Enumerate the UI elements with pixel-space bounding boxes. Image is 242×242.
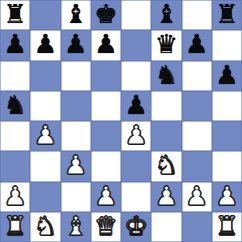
square-g1[interactable] [182,212,212,242]
square-b6[interactable] [30,61,60,91]
white-bishop[interactable]: ♝ [64,213,87,239]
white-pawn[interactable]: ♟ [185,183,208,209]
square-d1[interactable]: ♛ [91,212,121,242]
black-knight[interactable]: ♞ [155,62,178,88]
square-e8[interactable] [121,0,151,30]
square-e5[interactable]: ♟ [121,91,151,121]
square-a2[interactable]: ♟ [0,182,30,212]
black-pawn[interactable]: ♟ [124,92,147,118]
square-b2[interactable] [30,182,60,212]
square-c6[interactable] [61,61,91,91]
chess-board: ♜♝♚♝♜♟♟♟♟♛♟♞♟♞♟♟♟♟♞♟♟♟♟♟♜♞♝♛♚♜ [0,0,242,242]
square-f2[interactable]: ♟ [151,182,181,212]
black-rook[interactable]: ♜ [3,1,26,27]
black-bishop[interactable]: ♝ [64,1,87,27]
square-b8[interactable] [30,0,60,30]
square-d5[interactable] [91,91,121,121]
square-c4[interactable] [61,121,91,151]
square-g4[interactable] [182,121,212,151]
square-d3[interactable] [91,151,121,181]
square-b1[interactable]: ♞ [30,212,60,242]
black-knight[interactable]: ♞ [3,92,26,118]
white-knight[interactable]: ♞ [155,152,178,178]
square-d8[interactable]: ♚ [91,0,121,30]
white-pawn[interactable]: ♟ [94,183,117,209]
black-pawn[interactable]: ♟ [215,62,238,88]
white-king[interactable]: ♚ [124,213,147,239]
square-c1[interactable]: ♝ [61,212,91,242]
square-b4[interactable]: ♟ [30,121,60,151]
square-c5[interactable] [61,91,91,121]
square-h1[interactable]: ♜ [212,212,242,242]
white-pawn[interactable]: ♟ [34,122,57,148]
square-e4[interactable]: ♟ [121,121,151,151]
square-f7[interactable]: ♛ [151,30,181,60]
square-f6[interactable]: ♞ [151,61,181,91]
square-e3[interactable] [121,151,151,181]
square-g7[interactable]: ♟ [182,30,212,60]
square-h5[interactable] [212,91,242,121]
square-d6[interactable] [91,61,121,91]
square-a1[interactable]: ♜ [0,212,30,242]
square-c8[interactable]: ♝ [61,0,91,30]
square-e1[interactable]: ♚ [121,212,151,242]
square-c2[interactable] [61,182,91,212]
black-rook[interactable]: ♜ [215,1,238,27]
square-h8[interactable]: ♜ [212,0,242,30]
square-c7[interactable]: ♟ [61,30,91,60]
black-pawn[interactable]: ♟ [94,31,117,57]
square-h7[interactable] [212,30,242,60]
square-b3[interactable] [30,151,60,181]
black-bishop[interactable]: ♝ [155,1,178,27]
white-rook[interactable]: ♜ [3,213,26,239]
white-pawn[interactable]: ♟ [155,183,178,209]
square-g3[interactable] [182,151,212,181]
white-queen[interactable]: ♛ [94,213,117,239]
square-e2[interactable] [121,182,151,212]
square-g2[interactable]: ♟ [182,182,212,212]
square-f8[interactable]: ♝ [151,0,181,30]
black-pawn[interactable]: ♟ [3,31,26,57]
white-knight[interactable]: ♞ [34,213,57,239]
square-e7[interactable] [121,30,151,60]
square-d2[interactable]: ♟ [91,182,121,212]
square-d7[interactable]: ♟ [91,30,121,60]
white-pawn[interactable]: ♟ [215,183,238,209]
square-h4[interactable] [212,121,242,151]
square-a4[interactable] [0,121,30,151]
square-f3[interactable]: ♞ [151,151,181,181]
square-b7[interactable]: ♟ [30,30,60,60]
square-h6[interactable]: ♟ [212,61,242,91]
square-a6[interactable] [0,61,30,91]
square-b5[interactable] [30,91,60,121]
black-pawn[interactable]: ♟ [185,31,208,57]
square-g5[interactable] [182,91,212,121]
square-a5[interactable]: ♞ [0,91,30,121]
square-f4[interactable] [151,121,181,151]
black-queen[interactable]: ♛ [155,31,178,57]
black-king[interactable]: ♚ [94,1,117,27]
white-rook[interactable]: ♜ [215,213,238,239]
square-a8[interactable]: ♜ [0,0,30,30]
square-a3[interactable] [0,151,30,181]
square-e6[interactable] [121,61,151,91]
square-g6[interactable] [182,61,212,91]
square-d4[interactable] [91,121,121,151]
white-pawn[interactable]: ♟ [3,183,26,209]
black-pawn[interactable]: ♟ [34,31,57,57]
black-pawn[interactable]: ♟ [64,31,87,57]
square-a7[interactable]: ♟ [0,30,30,60]
white-pawn[interactable]: ♟ [124,122,147,148]
square-f5[interactable] [151,91,181,121]
square-h3[interactable] [212,151,242,181]
square-h2[interactable]: ♟ [212,182,242,212]
square-f1[interactable] [151,212,181,242]
square-c3[interactable]: ♟ [61,151,91,181]
square-g8[interactable] [182,0,212,30]
white-pawn[interactable]: ♟ [64,152,87,178]
